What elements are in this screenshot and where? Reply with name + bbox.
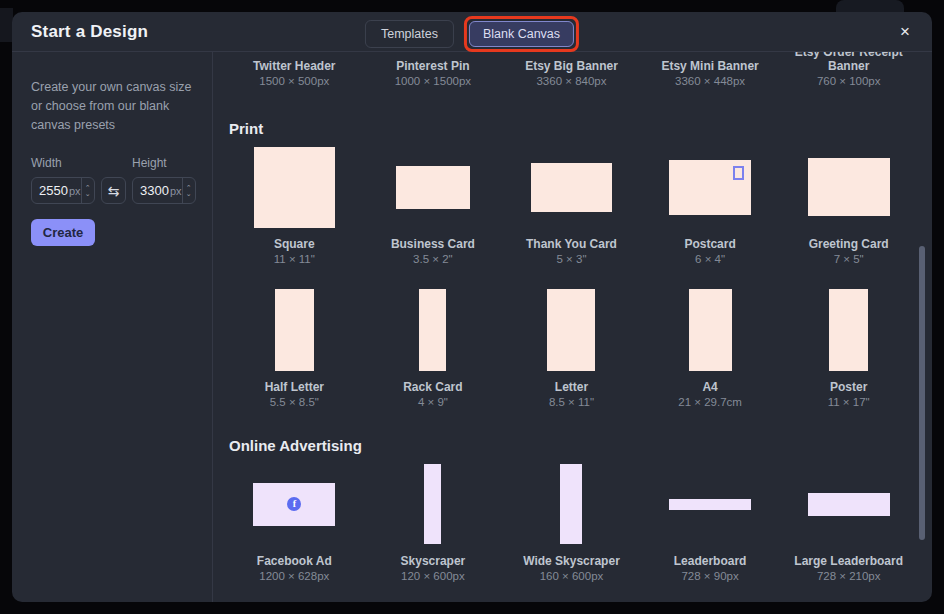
half-letter-thumbnail (275, 289, 314, 371)
width-input[interactable]: 2550 px ⌃ ⌄ (31, 177, 95, 204)
large-leaderboard-thumbnail (808, 493, 890, 516)
tab-templates[interactable]: Templates (365, 20, 454, 48)
height-label: Height (132, 156, 196, 170)
square-thumbnail (254, 147, 335, 228)
section-header-print: Print (225, 120, 918, 137)
preset-leaderboard[interactable]: Leaderboard 728 × 90px (641, 462, 780, 583)
height-unit: px (170, 185, 182, 197)
preset-row-online-advertising: f Facebook Ad 1200 × 628px Skyscraper 12… (225, 462, 918, 583)
swap-icon: ⇆ (108, 183, 120, 199)
width-field-group: Width 2550 px ⌃ ⌄ (31, 156, 95, 204)
height-value: 3300 (140, 183, 169, 198)
preset-skyscraper[interactable]: Skyscraper 120 × 600px (364, 462, 503, 583)
preset-etsy-order-receipt-banner[interactable]: Etsy Order Receipt Banner 760 × 100px (779, 52, 918, 88)
preset-etsy-mini-banner[interactable]: Etsy Mini Banner 3360 × 448px (641, 59, 780, 88)
tab-blank-canvas[interactable]: Blank Canvas (469, 21, 574, 47)
preset-square[interactable]: Square 11 × 11" (225, 145, 364, 266)
width-value: 2550 (39, 183, 68, 198)
preset-etsy-big-banner[interactable]: Etsy Big Banner 3360 × 840px (502, 59, 641, 88)
dialog-title: Start a Design (31, 22, 148, 42)
stamp-icon (733, 166, 744, 180)
wide-skyscraper-thumbnail (560, 464, 582, 544)
presets-panel: Twitter Header 1500 × 500px Pinterest Pi… (213, 52, 932, 602)
preset-large-leaderboard[interactable]: Large Leaderboard 728 × 210px (779, 462, 918, 583)
dimension-controls: Width 2550 px ⌃ ⌄ ⇆ Height 3300 px (31, 156, 196, 204)
width-unit: px (69, 185, 81, 197)
height-field-group: Height 3300 px ⌃ ⌄ (132, 156, 196, 204)
preset-letter[interactable]: Letter 8.5 × 11" (502, 288, 641, 409)
scrollbar-thumb[interactable] (919, 246, 925, 540)
canvas-size-sidebar: Create your own canvas size or choose fr… (12, 52, 213, 602)
preset-row-print-2: Half Letter 5.5 × 8.5" Rack Card 4 × 9" … (225, 288, 918, 409)
preset-pinterest-pin[interactable]: Pinterest Pin 1000 × 1500px (364, 59, 503, 88)
preset-half-letter[interactable]: Half Letter 5.5 × 8.5" (225, 288, 364, 409)
preset-row-print-1: Square 11 × 11" Business Card 3.5 × 2" T… (225, 145, 918, 266)
tab-bar: Templates Blank Canvas (365, 16, 579, 52)
greeting-card-thumbnail (808, 158, 890, 216)
width-label: Width (31, 156, 95, 170)
preset-a4[interactable]: A4 21 × 29.7cm (641, 288, 780, 409)
dialog-header: Start a Design Templates Blank Canvas × (12, 12, 932, 52)
height-stepper[interactable]: ⌃ ⌄ (182, 178, 195, 203)
create-button[interactable]: Create (31, 219, 95, 246)
preset-poster[interactable]: Poster 11 × 17" (779, 288, 918, 409)
postcard-thumbnail (669, 160, 751, 215)
swap-dimensions-button[interactable]: ⇆ (101, 177, 126, 204)
preset-row-social: Twitter Header 1500 × 500px Pinterest Pi… (225, 52, 918, 88)
preset-wide-skyscraper[interactable]: Wide Skyscraper 160 × 600px (502, 462, 641, 583)
thank-you-card-thumbnail (531, 163, 612, 212)
preset-thank-you-card[interactable]: Thank You Card 5 × 3" (502, 145, 641, 266)
business-card-thumbnail (396, 166, 470, 209)
facebook-icon: f (287, 497, 301, 511)
preset-business-card[interactable]: Business Card 3.5 × 2" (364, 145, 503, 266)
preset-greeting-card[interactable]: Greeting Card 7 × 5" (779, 145, 918, 266)
facebook-ad-thumbnail: f (253, 483, 335, 526)
leaderboard-thumbnail (669, 499, 751, 510)
height-input[interactable]: 3300 px ⌃ ⌄ (132, 177, 196, 204)
preset-twitter-header[interactable]: Twitter Header 1500 × 500px (225, 59, 364, 88)
section-header-online-advertising: Online Advertising (225, 437, 918, 454)
width-stepper[interactable]: ⌃ ⌄ (81, 178, 94, 203)
rack-card-thumbnail (419, 289, 446, 371)
preset-facebook-ad[interactable]: f Facebook Ad 1200 × 628px (225, 462, 364, 583)
stepper-down-icon[interactable]: ⌄ (85, 191, 91, 197)
highlight-box: Blank Canvas (464, 16, 579, 52)
skyscraper-thumbnail (424, 464, 441, 544)
poster-thumbnail (829, 289, 868, 371)
stepper-down-icon[interactable]: ⌄ (186, 191, 192, 197)
letter-thumbnail (547, 289, 595, 371)
a4-thumbnail (689, 289, 732, 371)
close-icon[interactable]: × (893, 20, 917, 44)
sidebar-description: Create your own canvas size or choose fr… (31, 78, 196, 134)
start-design-dialog: Start a Design Templates Blank Canvas × … (12, 12, 932, 602)
preset-postcard[interactable]: Postcard 6 × 4" (641, 145, 780, 266)
preset-rack-card[interactable]: Rack Card 4 × 9" (364, 288, 503, 409)
